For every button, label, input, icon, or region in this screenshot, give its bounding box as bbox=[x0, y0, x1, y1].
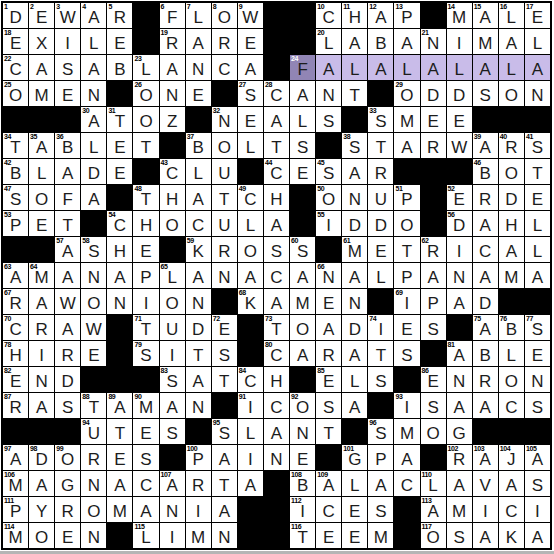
cell-r8c20[interactable]: D bbox=[499, 185, 524, 210]
cell-r2c8[interactable]: A bbox=[186, 29, 211, 54]
cell-r13c21[interactable]: 77S bbox=[525, 315, 550, 340]
cell-r18c3[interactable]: 99O bbox=[55, 445, 80, 470]
cell-r10c18[interactable]: I bbox=[447, 237, 472, 262]
cell-r13c7[interactable]: U bbox=[160, 315, 185, 340]
cell-r12c11[interactable]: A bbox=[264, 289, 289, 314]
cell-r5c13[interactable]: S bbox=[316, 107, 341, 132]
cell-r14c19[interactable]: B bbox=[473, 341, 498, 366]
cell-r12c7[interactable]: O bbox=[160, 289, 185, 314]
cell-r1c4[interactable]: 4A bbox=[81, 3, 106, 28]
cell-r16c20[interactable]: C bbox=[499, 393, 524, 418]
cell-r21c19[interactable]: A bbox=[473, 523, 498, 548]
cell-r9c11[interactable]: A bbox=[264, 211, 289, 236]
cell-r6c10[interactable]: L bbox=[238, 133, 263, 158]
cell-r15c13[interactable]: 85E bbox=[316, 367, 341, 392]
cell-r3c21[interactable]: A bbox=[525, 55, 550, 80]
cell-r7c3[interactable]: A bbox=[55, 159, 80, 184]
cell-r9c3[interactable]: T bbox=[55, 211, 80, 236]
cell-r18c20[interactable]: 104J bbox=[499, 445, 524, 470]
cell-r18c14[interactable]: 101G bbox=[342, 445, 367, 470]
cell-r21c8[interactable]: M bbox=[186, 523, 211, 548]
cell-r2c3[interactable]: I bbox=[55, 29, 80, 54]
cell-r7c8[interactable]: L bbox=[186, 159, 211, 184]
cell-r14c18[interactable]: 81A bbox=[447, 341, 472, 366]
cell-r11c19[interactable]: A bbox=[473, 263, 498, 288]
cell-r11c1[interactable]: 63A bbox=[3, 263, 28, 288]
cell-r4c14[interactable]: T bbox=[342, 81, 367, 106]
cell-r18c21[interactable]: 105A bbox=[525, 445, 550, 470]
cell-r2c9[interactable]: R bbox=[212, 29, 237, 54]
cell-r17c17[interactable]: O bbox=[421, 419, 446, 444]
cell-r9c16[interactable]: O bbox=[394, 211, 419, 236]
cell-r6c2[interactable]: 35A bbox=[29, 133, 54, 158]
cell-r9c7[interactable]: O bbox=[160, 211, 185, 236]
cell-r1c7[interactable]: 6F bbox=[160, 3, 185, 28]
cell-r15c11[interactable]: H bbox=[264, 367, 289, 392]
cell-r8c9[interactable]: T bbox=[212, 185, 237, 210]
cell-r8c4[interactable]: A bbox=[81, 185, 106, 210]
cell-r11c14[interactable]: A bbox=[342, 263, 367, 288]
cell-r3c12[interactable]: 24F bbox=[290, 55, 315, 80]
cell-r10c12[interactable]: 60S bbox=[290, 237, 315, 262]
cell-r17c10[interactable]: L bbox=[238, 419, 263, 444]
cell-r9c5[interactable]: 54C bbox=[107, 211, 132, 236]
cell-r8c19[interactable]: R bbox=[473, 185, 498, 210]
cell-r17c4[interactable]: 94U bbox=[81, 419, 106, 444]
cell-r6c15[interactable]: T bbox=[368, 133, 393, 158]
cell-r11c12[interactable]: A bbox=[290, 263, 315, 288]
cell-r12c14[interactable]: N bbox=[342, 289, 367, 314]
cell-r11c7[interactable]: 65L bbox=[160, 263, 185, 288]
cell-r12c16[interactable]: 69I bbox=[394, 289, 419, 314]
cell-r3c18[interactable]: L bbox=[447, 55, 472, 80]
cell-r11c15[interactable]: L bbox=[368, 263, 393, 288]
cell-r19c15[interactable]: A bbox=[368, 471, 393, 496]
cell-r20c5[interactable]: M bbox=[107, 497, 132, 522]
cell-r15c8[interactable]: A bbox=[186, 367, 211, 392]
cell-r20c1[interactable]: 111P bbox=[3, 497, 28, 522]
cell-r2c13[interactable]: 20L bbox=[316, 29, 341, 54]
cell-r12c2[interactable]: A bbox=[29, 289, 54, 314]
cell-r11c16[interactable]: P bbox=[394, 263, 419, 288]
cell-r20c21[interactable]: I bbox=[525, 497, 550, 522]
cell-r4c12[interactable]: A bbox=[290, 81, 315, 106]
cell-r8c6[interactable]: 48T bbox=[133, 185, 158, 210]
cell-r11c4[interactable]: N bbox=[81, 263, 106, 288]
cell-r15c2[interactable]: N bbox=[29, 367, 54, 392]
cell-r6c18[interactable]: W bbox=[447, 133, 472, 158]
cell-r6c5[interactable]: E bbox=[107, 133, 132, 158]
cell-r10c4[interactable]: 58S bbox=[81, 237, 106, 262]
cell-r11c2[interactable]: 64M bbox=[29, 263, 54, 288]
cell-r16c7[interactable]: A bbox=[160, 393, 185, 418]
cell-r10c16[interactable]: T bbox=[394, 237, 419, 262]
cell-r1c21[interactable]: 17E bbox=[525, 3, 550, 28]
cell-r20c6[interactable]: A bbox=[133, 497, 158, 522]
cell-r9c15[interactable]: D bbox=[368, 211, 393, 236]
cell-r14c1[interactable]: 78H bbox=[3, 341, 28, 366]
cell-r5c6[interactable]: O bbox=[133, 107, 158, 132]
cell-r10c3[interactable]: 57A bbox=[55, 237, 80, 262]
cell-r11c17[interactable]: A bbox=[421, 263, 446, 288]
cell-r10c9[interactable]: R bbox=[212, 237, 237, 262]
cell-r10c17[interactable]: 62R bbox=[421, 237, 446, 262]
cell-r7c11[interactable]: 44C bbox=[264, 159, 289, 184]
cell-r4c8[interactable]: E bbox=[186, 81, 211, 106]
cell-r2c15[interactable]: B bbox=[368, 29, 393, 54]
cell-r13c12[interactable]: O bbox=[290, 315, 315, 340]
cell-r19c3[interactable]: G bbox=[55, 471, 80, 496]
cell-r14c7[interactable]: I bbox=[160, 341, 185, 366]
cell-r19c2[interactable]: A bbox=[29, 471, 54, 496]
cell-r1c9[interactable]: 8O bbox=[212, 3, 237, 28]
cell-r2c2[interactable]: X bbox=[29, 29, 54, 54]
cell-r2c14[interactable]: A bbox=[342, 29, 367, 54]
cell-r16c10[interactable]: 91I bbox=[238, 393, 263, 418]
cell-r19c17[interactable]: 110L bbox=[421, 471, 446, 496]
cell-r19c9[interactable]: T bbox=[212, 471, 237, 496]
cell-r16c11[interactable]: C bbox=[264, 393, 289, 418]
cell-r17c6[interactable]: E bbox=[133, 419, 158, 444]
cell-r17c7[interactable]: S bbox=[160, 419, 185, 444]
cell-r13c3[interactable]: A bbox=[55, 315, 80, 340]
cell-r18c12[interactable]: E bbox=[290, 445, 315, 470]
cell-r1c1[interactable]: 1D bbox=[3, 3, 28, 28]
cell-r4c13[interactable]: N bbox=[316, 81, 341, 106]
cell-r14c4[interactable]: E bbox=[81, 341, 106, 366]
cell-r14c14[interactable]: A bbox=[342, 341, 367, 366]
cell-r6c6[interactable]: T bbox=[133, 133, 158, 158]
cell-r1c10[interactable]: 9W bbox=[238, 3, 263, 28]
cell-r16c19[interactable]: A bbox=[473, 393, 498, 418]
cell-r1c13[interactable]: 10C bbox=[316, 3, 341, 28]
cell-r12c12[interactable]: M bbox=[290, 289, 315, 314]
cell-r7c1[interactable]: 42B bbox=[3, 159, 28, 184]
cell-r15c7[interactable]: 83S bbox=[160, 367, 185, 392]
cell-r4c1[interactable]: 25O bbox=[3, 81, 28, 106]
cell-r9c18[interactable]: 56D bbox=[447, 211, 472, 236]
cell-r18c11[interactable]: N bbox=[264, 445, 289, 470]
cell-r21c2[interactable]: O bbox=[29, 523, 54, 548]
cell-r18c15[interactable]: P bbox=[368, 445, 393, 470]
cell-r13c9[interactable]: 72E bbox=[212, 315, 237, 340]
cell-r15c10[interactable]: 84C bbox=[238, 367, 263, 392]
cell-r19c7[interactable]: 107A bbox=[160, 471, 185, 496]
cell-r6c21[interactable]: 41S bbox=[525, 133, 550, 158]
cell-r4c3[interactable]: E bbox=[55, 81, 80, 106]
cell-r13c14[interactable]: D bbox=[342, 315, 367, 340]
cell-r14c20[interactable]: L bbox=[499, 341, 524, 366]
cell-r20c4[interactable]: O bbox=[81, 497, 106, 522]
cell-r4c7[interactable]: N bbox=[160, 81, 185, 106]
cell-r9c20[interactable]: H bbox=[499, 211, 524, 236]
cell-r3c6[interactable]: 23L bbox=[133, 55, 158, 80]
cell-r6c19[interactable]: 39A bbox=[473, 133, 498, 158]
cell-r3c2[interactable]: A bbox=[29, 55, 54, 80]
cell-r15c18[interactable]: N bbox=[447, 367, 472, 392]
cell-r1c3[interactable]: 3W bbox=[55, 3, 80, 28]
cell-r15c20[interactable]: O bbox=[499, 367, 524, 392]
cell-r18c8[interactable]: 100P bbox=[186, 445, 211, 470]
cell-r21c3[interactable]: E bbox=[55, 523, 80, 548]
cell-r7c20[interactable]: O bbox=[499, 159, 524, 184]
cell-r21c15[interactable]: M bbox=[368, 523, 393, 548]
cell-r18c16[interactable]: A bbox=[394, 445, 419, 470]
cell-r9c8[interactable]: C bbox=[186, 211, 211, 236]
cell-r6c1[interactable]: 34T bbox=[3, 133, 28, 158]
cell-r14c13[interactable]: R bbox=[316, 341, 341, 366]
cell-r20c17[interactable]: 113A bbox=[421, 497, 446, 522]
cell-r20c8[interactable]: I bbox=[186, 497, 211, 522]
cell-r3c20[interactable]: L bbox=[499, 55, 524, 80]
cell-r8c15[interactable]: U bbox=[368, 185, 393, 210]
cell-r21c4[interactable]: N bbox=[81, 523, 106, 548]
cell-r19c10[interactable]: A bbox=[238, 471, 263, 496]
cell-r8c21[interactable]: E bbox=[525, 185, 550, 210]
cell-r12c17[interactable]: P bbox=[421, 289, 446, 314]
cell-r17c15[interactable]: 96S bbox=[368, 419, 393, 444]
cell-r2c16[interactable]: A bbox=[394, 29, 419, 54]
cell-r13c17[interactable]: S bbox=[421, 315, 446, 340]
cell-r13c6[interactable]: 71T bbox=[133, 315, 158, 340]
cell-r5c5[interactable]: 31T bbox=[107, 107, 132, 132]
cell-r3c9[interactable]: C bbox=[212, 55, 237, 80]
cell-r8c10[interactable]: 49C bbox=[238, 185, 263, 210]
cell-r17c16[interactable]: M bbox=[394, 419, 419, 444]
cell-r2c18[interactable]: I bbox=[447, 29, 472, 54]
cell-r4c2[interactable]: M bbox=[29, 81, 54, 106]
cell-r6c4[interactable]: L bbox=[81, 133, 106, 158]
cell-r12c1[interactable]: 67R bbox=[3, 289, 28, 314]
cell-r13c11[interactable]: 73T bbox=[264, 315, 289, 340]
cell-r3c5[interactable]: B bbox=[107, 55, 132, 80]
cell-r14c2[interactable]: I bbox=[29, 341, 54, 366]
cell-r12c3[interactable]: W bbox=[55, 289, 80, 314]
cell-r17c9[interactable]: 95S bbox=[212, 419, 237, 444]
cell-r20c15[interactable]: S bbox=[368, 497, 393, 522]
cell-r7c2[interactable]: L bbox=[29, 159, 54, 184]
cell-r21c12[interactable]: 116T bbox=[290, 523, 315, 548]
cell-r3c4[interactable]: A bbox=[81, 55, 106, 80]
cell-r21c18[interactable]: S bbox=[447, 523, 472, 548]
cell-r20c20[interactable]: C bbox=[499, 497, 524, 522]
cell-r11c20[interactable]: M bbox=[499, 263, 524, 288]
cell-r8c14[interactable]: N bbox=[342, 185, 367, 210]
cell-r1c14[interactable]: 11H bbox=[342, 3, 367, 28]
cell-r5c12[interactable]: L bbox=[290, 107, 315, 132]
cell-r9c14[interactable]: D bbox=[342, 211, 367, 236]
cell-r2c10[interactable]: E bbox=[238, 29, 263, 54]
cell-r10c21[interactable]: L bbox=[525, 237, 550, 262]
cell-r12c4[interactable]: O bbox=[81, 289, 106, 314]
cell-r8c7[interactable]: H bbox=[160, 185, 185, 210]
cell-r3c15[interactable]: A bbox=[368, 55, 393, 80]
cell-r7c4[interactable]: D bbox=[81, 159, 106, 184]
cell-r20c13[interactable]: C bbox=[316, 497, 341, 522]
cell-r3c1[interactable]: 22C bbox=[3, 55, 28, 80]
cell-r17c12[interactable]: N bbox=[290, 419, 315, 444]
cell-r12c8[interactable]: N bbox=[186, 289, 211, 314]
cell-r7c21[interactable]: T bbox=[525, 159, 550, 184]
cell-r11c5[interactable]: A bbox=[107, 263, 132, 288]
cell-r17c5[interactable]: T bbox=[107, 419, 132, 444]
cell-r19c14[interactable]: L bbox=[342, 471, 367, 496]
cell-r8c8[interactable]: A bbox=[186, 185, 211, 210]
cell-r11c13[interactable]: 66N bbox=[316, 263, 341, 288]
cell-r7c5[interactable]: E bbox=[107, 159, 132, 184]
cell-r20c19[interactable]: I bbox=[473, 497, 498, 522]
cell-r19c20[interactable]: A bbox=[499, 471, 524, 496]
cell-r10c19[interactable]: C bbox=[473, 237, 498, 262]
cell-r14c21[interactable]: E bbox=[525, 341, 550, 366]
cell-r10c6[interactable]: E bbox=[133, 237, 158, 262]
cell-r8c16[interactable]: 51P bbox=[394, 185, 419, 210]
cell-r21c13[interactable]: E bbox=[316, 523, 341, 548]
cell-r10c20[interactable]: A bbox=[499, 237, 524, 262]
cell-r9c10[interactable]: L bbox=[238, 211, 263, 236]
cell-r4c10[interactable]: 27S bbox=[238, 81, 263, 106]
cell-r17c13[interactable]: T bbox=[316, 419, 341, 444]
cell-r9c2[interactable]: E bbox=[29, 211, 54, 236]
cell-r16c13[interactable]: S bbox=[316, 393, 341, 418]
cell-r8c11[interactable]: H bbox=[264, 185, 289, 210]
cell-r15c14[interactable]: L bbox=[342, 367, 367, 392]
cell-r7c7[interactable]: 43C bbox=[160, 159, 185, 184]
cell-r13c8[interactable]: D bbox=[186, 315, 211, 340]
cell-r16c14[interactable]: A bbox=[342, 393, 367, 418]
cell-r16c6[interactable]: 90M bbox=[133, 393, 158, 418]
cell-r11c3[interactable]: A bbox=[55, 263, 80, 288]
cell-r8c1[interactable]: 47S bbox=[3, 185, 28, 210]
cell-r2c5[interactable]: E bbox=[107, 29, 132, 54]
cell-r11c21[interactable]: A bbox=[525, 263, 550, 288]
cell-r18c6[interactable]: S bbox=[133, 445, 158, 470]
cell-r5c16[interactable]: M bbox=[394, 107, 419, 132]
cell-r1c2[interactable]: 2E bbox=[29, 3, 54, 28]
cell-r20c14[interactable]: E bbox=[342, 497, 367, 522]
cell-r19c1[interactable]: 106M bbox=[3, 471, 28, 496]
cell-r16c12[interactable]: 92O bbox=[290, 393, 315, 418]
cell-r19c21[interactable]: S bbox=[525, 471, 550, 496]
cell-r15c9[interactable]: T bbox=[212, 367, 237, 392]
cell-r11c8[interactable]: A bbox=[186, 263, 211, 288]
cell-r19c8[interactable]: R bbox=[186, 471, 211, 496]
cell-r16c17[interactable]: S bbox=[421, 393, 446, 418]
cell-r11c10[interactable]: A bbox=[238, 263, 263, 288]
cell-r17c18[interactable]: G bbox=[447, 419, 472, 444]
cell-r19c19[interactable]: V bbox=[473, 471, 498, 496]
cell-r14c6[interactable]: 79S bbox=[133, 341, 158, 366]
cell-r10c5[interactable]: H bbox=[107, 237, 132, 262]
cell-r16c16[interactable]: 93I bbox=[394, 393, 419, 418]
cell-r5c17[interactable]: E bbox=[421, 107, 446, 132]
cell-r3c8[interactable]: N bbox=[186, 55, 211, 80]
cell-r2c4[interactable]: L bbox=[81, 29, 106, 54]
cell-r4c17[interactable]: D bbox=[421, 81, 446, 106]
cell-r3c14[interactable]: L bbox=[342, 55, 367, 80]
cell-r2c21[interactable]: L bbox=[525, 29, 550, 54]
cell-r7c14[interactable]: A bbox=[342, 159, 367, 184]
cell-r21c7[interactable]: I bbox=[160, 523, 185, 548]
cell-r16c1[interactable]: 87R bbox=[3, 393, 28, 418]
cell-r21c14[interactable]: E bbox=[342, 523, 367, 548]
cell-r10c15[interactable]: E bbox=[368, 237, 393, 262]
cell-r3c17[interactable]: A bbox=[421, 55, 446, 80]
cell-r12c10[interactable]: 68K bbox=[238, 289, 263, 314]
cell-r14c12[interactable]: A bbox=[290, 341, 315, 366]
cell-r21c17[interactable]: 117O bbox=[421, 523, 446, 548]
cell-r19c5[interactable]: A bbox=[107, 471, 132, 496]
cell-r18c10[interactable]: I bbox=[238, 445, 263, 470]
cell-r14c15[interactable]: T bbox=[368, 341, 393, 366]
cell-r9c13[interactable]: 55I bbox=[316, 211, 341, 236]
cell-r4c20[interactable]: O bbox=[499, 81, 524, 106]
cell-r16c5[interactable]: 89A bbox=[107, 393, 132, 418]
cell-r15c15[interactable]: S bbox=[368, 367, 393, 392]
cell-r19c13[interactable]: 109A bbox=[316, 471, 341, 496]
cell-r12c6[interactable]: I bbox=[133, 289, 158, 314]
cell-r7c19[interactable]: 46B bbox=[473, 159, 498, 184]
cell-r8c2[interactable]: O bbox=[29, 185, 54, 210]
cell-r15c3[interactable]: D bbox=[55, 367, 80, 392]
cell-r16c21[interactable]: S bbox=[525, 393, 550, 418]
cell-r6c20[interactable]: 40R bbox=[499, 133, 524, 158]
cell-r21c21[interactable]: A bbox=[525, 523, 550, 548]
cell-r17c11[interactable]: A bbox=[264, 419, 289, 444]
cell-r6c17[interactable]: R bbox=[421, 133, 446, 158]
cell-r5c15[interactable]: 33S bbox=[368, 107, 393, 132]
cell-r4c18[interactable]: D bbox=[447, 81, 472, 106]
cell-r1c16[interactable]: 13P bbox=[394, 3, 419, 28]
cell-r14c16[interactable]: S bbox=[394, 341, 419, 366]
cell-r13c20[interactable]: 76B bbox=[499, 315, 524, 340]
cell-r18c5[interactable]: E bbox=[107, 445, 132, 470]
cell-r21c20[interactable]: K bbox=[499, 523, 524, 548]
cell-r9c21[interactable]: L bbox=[525, 211, 550, 236]
cell-r13c19[interactable]: 75A bbox=[473, 315, 498, 340]
cell-r20c12[interactable]: 112I bbox=[290, 497, 315, 522]
cell-r11c18[interactable]: N bbox=[447, 263, 472, 288]
cell-r12c5[interactable]: N bbox=[107, 289, 132, 314]
cell-r16c3[interactable]: S bbox=[55, 393, 80, 418]
cell-r5c7[interactable]: Z bbox=[160, 107, 185, 132]
cell-r10c14[interactable]: 61M bbox=[342, 237, 367, 262]
cell-r3c3[interactable]: S bbox=[55, 55, 80, 80]
cell-r6c12[interactable]: S bbox=[290, 133, 315, 158]
cell-r20c9[interactable]: A bbox=[212, 497, 237, 522]
cell-r2c20[interactable]: A bbox=[499, 29, 524, 54]
cell-r5c9[interactable]: 32N bbox=[212, 107, 237, 132]
cell-r18c4[interactable]: R bbox=[81, 445, 106, 470]
cell-r4c4[interactable]: N bbox=[81, 81, 106, 106]
cell-r12c13[interactable]: E bbox=[316, 289, 341, 314]
cell-r14c9[interactable]: S bbox=[212, 341, 237, 366]
cell-r18c1[interactable]: 97A bbox=[3, 445, 28, 470]
cell-r7c15[interactable]: R bbox=[368, 159, 393, 184]
cell-r16c4[interactable]: 88T bbox=[81, 393, 106, 418]
cell-r19c16[interactable]: C bbox=[394, 471, 419, 496]
cell-r1c8[interactable]: 7L bbox=[186, 3, 211, 28]
cell-r5c11[interactable]: A bbox=[264, 107, 289, 132]
cell-r8c13[interactable]: 50O bbox=[316, 185, 341, 210]
cell-r13c2[interactable]: R bbox=[29, 315, 54, 340]
cell-r13c13[interactable]: A bbox=[316, 315, 341, 340]
cell-r11c11[interactable]: C bbox=[264, 263, 289, 288]
cell-r2c17[interactable]: 21N bbox=[421, 29, 446, 54]
cell-r18c19[interactable]: 103A bbox=[473, 445, 498, 470]
cell-r16c18[interactable]: A bbox=[447, 393, 472, 418]
cell-r21c6[interactable]: 115L bbox=[133, 523, 158, 548]
